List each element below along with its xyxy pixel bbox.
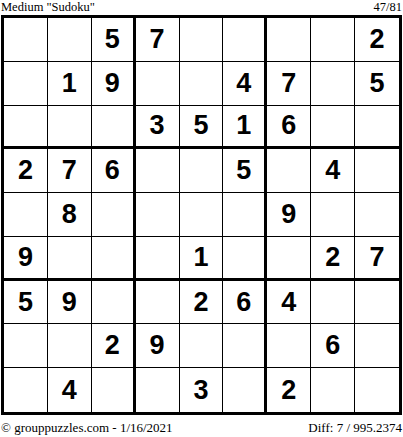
cell-r9c4[interactable] <box>136 368 180 412</box>
cell-r4c9[interactable] <box>355 149 399 193</box>
cell-r9c3[interactable] <box>92 368 136 412</box>
cell-r4c3: 6 <box>92 149 136 193</box>
cell-r1c5[interactable] <box>180 18 224 62</box>
cell-r6c8: 2 <box>311 237 355 281</box>
cell-r2c8[interactable] <box>311 62 355 106</box>
cell-r7c7: 4 <box>267 281 311 325</box>
cell-r1c6[interactable] <box>223 18 267 62</box>
cell-r3c3[interactable] <box>92 106 136 150</box>
cell-r1c3: 5 <box>92 18 136 62</box>
cell-r3c4: 3 <box>136 106 180 150</box>
sudoku-page: Medium "Sudoku" 47/81 572194753516276548… <box>0 0 403 437</box>
cell-r2c9: 5 <box>355 62 399 106</box>
cell-r6c4[interactable] <box>136 237 180 281</box>
cell-r5c7: 9 <box>267 193 311 237</box>
cell-r5c8[interactable] <box>311 193 355 237</box>
cell-r2c3: 9 <box>92 62 136 106</box>
sudoku-board: 5721947535162765489912759264296432 <box>1 15 402 415</box>
cell-r6c7[interactable] <box>267 237 311 281</box>
footer: © grouppuzzles.com - 1/16/2021 Diff: 7 /… <box>0 420 403 436</box>
cell-r9c6[interactable] <box>223 368 267 412</box>
cell-r5c4[interactable] <box>136 193 180 237</box>
cell-r6c6[interactable] <box>223 237 267 281</box>
cell-r1c1[interactable] <box>4 18 48 62</box>
cell-r1c2[interactable] <box>48 18 92 62</box>
cell-r6c9: 7 <box>355 237 399 281</box>
difficulty-label: Diff: 7 / 995.2374 <box>308 420 402 436</box>
header: Medium "Sudoku" 47/81 <box>0 0 403 15</box>
cell-r7c6: 6 <box>223 281 267 325</box>
cell-r8c3: 2 <box>92 324 136 368</box>
cell-r3c5: 5 <box>180 106 224 150</box>
page-title: Medium "Sudoku" <box>1 1 95 14</box>
cell-r5c2: 8 <box>48 193 92 237</box>
cell-r7c9[interactable] <box>355 281 399 325</box>
givens-counter: 47/81 <box>374 1 402 14</box>
cell-r2c6: 4 <box>223 62 267 106</box>
cell-r4c4[interactable] <box>136 149 180 193</box>
cell-r1c4: 7 <box>136 18 180 62</box>
copyright-credit: © grouppuzzles.com - 1/16/2021 <box>1 420 173 436</box>
cell-r1c8[interactable] <box>311 18 355 62</box>
cell-r1c9: 2 <box>355 18 399 62</box>
cell-r9c7: 2 <box>267 368 311 412</box>
cell-r1c7[interactable] <box>267 18 311 62</box>
cell-r8c7[interactable] <box>267 324 311 368</box>
cell-r3c6: 1 <box>223 106 267 150</box>
cell-r5c5[interactable] <box>180 193 224 237</box>
cell-r3c7: 6 <box>267 106 311 150</box>
cell-r5c3[interactable] <box>92 193 136 237</box>
cell-r6c1: 9 <box>4 237 48 281</box>
cell-r4c6: 5 <box>223 149 267 193</box>
cell-r8c5[interactable] <box>180 324 224 368</box>
cell-r4c8: 4 <box>311 149 355 193</box>
cell-r5c6[interactable] <box>223 193 267 237</box>
cell-r8c9[interactable] <box>355 324 399 368</box>
cell-r9c9[interactable] <box>355 368 399 412</box>
cell-r6c2[interactable] <box>48 237 92 281</box>
cell-r2c5[interactable] <box>180 62 224 106</box>
cell-r4c1: 2 <box>4 149 48 193</box>
cell-r9c5: 3 <box>180 368 224 412</box>
cell-r2c4[interactable] <box>136 62 180 106</box>
cell-r7c3[interactable] <box>92 281 136 325</box>
cell-r4c7[interactable] <box>267 149 311 193</box>
cell-r3c9[interactable] <box>355 106 399 150</box>
cell-r3c1[interactable] <box>4 106 48 150</box>
cell-r2c2: 1 <box>48 62 92 106</box>
cell-r2c1[interactable] <box>4 62 48 106</box>
cell-r7c2: 9 <box>48 281 92 325</box>
cell-r7c5: 2 <box>180 281 224 325</box>
cell-r7c8[interactable] <box>311 281 355 325</box>
cell-r9c2: 4 <box>48 368 92 412</box>
cell-r5c1[interactable] <box>4 193 48 237</box>
cell-r8c8: 6 <box>311 324 355 368</box>
cell-r3c8[interactable] <box>311 106 355 150</box>
cell-r7c1: 5 <box>4 281 48 325</box>
cell-r4c5[interactable] <box>180 149 224 193</box>
cell-r6c5: 1 <box>180 237 224 281</box>
cell-r2c7: 7 <box>267 62 311 106</box>
cell-r8c4: 9 <box>136 324 180 368</box>
cell-r6c3[interactable] <box>92 237 136 281</box>
cell-r8c1[interactable] <box>4 324 48 368</box>
cell-r9c8[interactable] <box>311 368 355 412</box>
cell-r7c4[interactable] <box>136 281 180 325</box>
cell-r8c6[interactable] <box>223 324 267 368</box>
cell-r8c2[interactable] <box>48 324 92 368</box>
cell-r9c1[interactable] <box>4 368 48 412</box>
cell-r3c2[interactable] <box>48 106 92 150</box>
cell-r4c2: 7 <box>48 149 92 193</box>
cell-r5c9[interactable] <box>355 193 399 237</box>
